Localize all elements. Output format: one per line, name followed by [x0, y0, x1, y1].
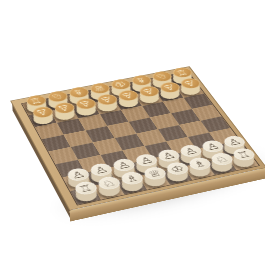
bishop-icon: ♗ [71, 88, 87, 97]
pawn-icon: ♙ [56, 103, 72, 112]
bishop-icon: ♗ [190, 158, 208, 169]
pawn-icon: ♙ [115, 160, 132, 171]
knight-icon: ♘ [49, 92, 65, 101]
pawn-icon: ♙ [92, 164, 109, 175]
pawn-icon: ♙ [225, 137, 242, 147]
pawn-icon: ♙ [182, 79, 198, 88]
rook-icon: ♖ [77, 182, 94, 193]
pawn-icon: ♙ [120, 91, 136, 100]
bishop-icon: ♗ [133, 76, 149, 85]
queen-icon: ♕ [92, 84, 108, 93]
rook-icon: ♖ [28, 96, 44, 105]
product-photo-scene: ♖♘♗♕♔♗♘♖♙♙♙♙♙♙♙♙♙♙♙♙♙♙♙♙♖♘♗♕♔♗♘♖ [0, 0, 265, 265]
knight-icon: ♘ [213, 154, 231, 164]
king-icon: ♔ [112, 80, 128, 89]
knight-icon: ♘ [100, 178, 118, 189]
pawn-icon: ♙ [204, 141, 221, 151]
rook-icon: ♖ [174, 68, 190, 77]
chess-board: ♖♘♗♕♔♗♘♖♙♙♙♙♙♙♙♙♙♙♙♙♙♙♙♙♖♘♗♕♔♗♘♖ [10, 66, 265, 210]
pawn-icon: ♙ [161, 83, 177, 92]
knight-icon: ♘ [154, 72, 170, 81]
queen-icon: ♕ [146, 168, 164, 179]
pawn-icon: ♙ [137, 155, 154, 165]
pawn-icon: ♙ [182, 146, 199, 156]
bishop-icon: ♗ [123, 173, 141, 184]
rook-icon: ♖ [235, 149, 253, 159]
pawn-icon: ♙ [160, 150, 177, 160]
pawn-icon: ♙ [99, 95, 115, 104]
pawn-icon: ♙ [77, 99, 93, 108]
pawn-icon: ♙ [34, 107, 50, 116]
king-icon: ♔ [168, 163, 186, 174]
pawn-icon: ♙ [141, 87, 157, 96]
pawn-icon: ♙ [69, 169, 86, 180]
